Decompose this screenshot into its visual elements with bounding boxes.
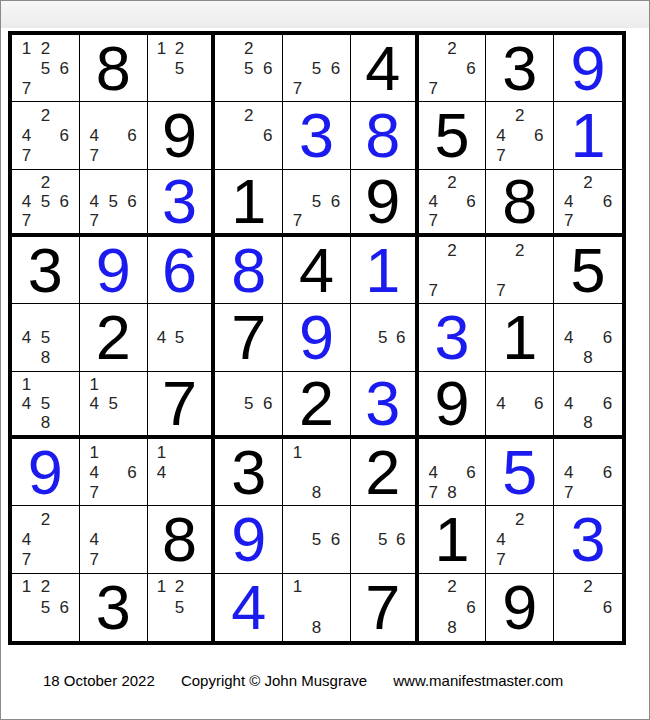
cell-r9c7[interactable]: 268 <box>419 574 487 641</box>
pencil-grid: 125 <box>148 35 212 101</box>
pencil-mark: 2 <box>170 38 188 58</box>
pencil-empty <box>307 78 326 98</box>
pencil-mark: 7 <box>424 78 443 98</box>
cell-r6c3[interactable]: 7 <box>148 372 216 439</box>
cell-r1c6[interactable]: 4 <box>351 35 419 102</box>
pencil-empty <box>510 550 529 570</box>
cell-r4c7[interactable]: 27 <box>419 237 487 304</box>
pencil-empty <box>529 509 548 529</box>
pencil-empty <box>258 375 277 394</box>
cell-r8c2[interactable]: 47 <box>80 506 148 573</box>
cell-r6c6[interactable]: 3 <box>351 372 419 439</box>
pencil-grid: 467 <box>80 102 147 168</box>
pencil-grid: 1467 <box>80 439 147 505</box>
pencil-empty <box>326 482 345 502</box>
entered-digit: 4 <box>231 576 266 639</box>
pencil-empty <box>529 550 548 570</box>
given-digit: 1 <box>435 508 470 571</box>
cell-r4c3[interactable]: 6 <box>148 237 216 304</box>
pencil-empty <box>307 577 326 597</box>
footer-copyright: Copyright © John Musgrave <box>181 672 367 689</box>
pencil-empty <box>188 577 206 597</box>
pencil-empty <box>443 58 462 78</box>
pencil-empty <box>17 348 36 368</box>
entered-digit: 3 <box>365 372 400 435</box>
pencil-empty <box>153 58 171 78</box>
pencil-grid: 2467 <box>554 170 622 233</box>
footer: 18 October 2022 Copyright © John Musgrav… <box>43 672 585 689</box>
sudoku-board: 1256781252565674267392467467926385246712… <box>8 31 626 645</box>
given-digit: 1 <box>231 170 266 233</box>
pencil-empty <box>55 348 74 368</box>
pencil-mark: 5 <box>307 529 326 549</box>
entered-digit: 8 <box>365 104 400 167</box>
cell-r4c6[interactable]: 1 <box>351 237 419 304</box>
pencil-empty <box>443 78 462 98</box>
pencil-grid: 2467 <box>12 102 79 168</box>
cell-r5c3[interactable]: 45 <box>148 304 216 371</box>
pencil-mark: 6 <box>123 462 142 482</box>
pencil-empty <box>288 58 307 78</box>
pencil-empty <box>170 348 188 368</box>
cell-r3c2[interactable]: 4567 <box>80 170 148 237</box>
entered-digit: 3 <box>162 170 197 233</box>
cell-r5c8[interactable]: 1 <box>486 304 554 371</box>
cell-r7c1[interactable]: 9 <box>12 439 80 506</box>
pencil-empty <box>55 38 74 58</box>
cell-r9c3[interactable]: 125 <box>148 574 216 641</box>
cell-r8c8[interactable]: 247 <box>486 506 554 573</box>
pencil-empty <box>188 38 206 58</box>
pencil-empty <box>578 442 597 462</box>
cell-r7c7[interactable]: 4678 <box>419 439 487 506</box>
cell-r2c4[interactable]: 26 <box>215 102 283 169</box>
given-digit: 5 <box>435 104 470 167</box>
pencil-mark: 6 <box>326 58 345 78</box>
pencil-empty <box>36 78 55 98</box>
pencil-empty <box>104 146 123 166</box>
cell-r5c2[interactable]: 2 <box>80 304 148 371</box>
pencil-empty <box>598 442 617 462</box>
pencil-empty <box>55 550 74 570</box>
pencil-empty <box>55 577 74 597</box>
pencil-mark: 4 <box>491 394 510 413</box>
pencil-grid: 56 <box>283 506 350 572</box>
pencil-empty <box>462 577 481 597</box>
pencil-mark: 6 <box>598 394 617 413</box>
pencil-empty <box>424 597 443 617</box>
cell-r1c7[interactable]: 267 <box>419 35 487 102</box>
pencil-grid: 567 <box>283 35 350 101</box>
pencil-empty <box>17 105 36 125</box>
pencil-mark: 6 <box>462 462 481 482</box>
pencil-grid: 267 <box>419 35 486 101</box>
cell-r3c3[interactable]: 3 <box>148 170 216 237</box>
pencil-empty <box>443 192 462 211</box>
cell-r6c7[interactable]: 9 <box>419 372 487 439</box>
pencil-mark: 4 <box>85 394 104 413</box>
pencil-mark: 4 <box>153 462 171 482</box>
pencil-empty <box>462 211 481 230</box>
pencil-grid: 26 <box>554 574 622 641</box>
entered-digit: 3 <box>435 306 470 369</box>
entered-digit: 9 <box>231 508 266 571</box>
cell-r7c9[interactable]: 467 <box>554 439 622 506</box>
cell-r9c1[interactable]: 1256 <box>12 574 80 641</box>
pencil-empty <box>462 280 481 300</box>
cell-r4c9[interactable]: 5 <box>554 237 622 304</box>
pencil-empty <box>170 618 188 638</box>
pencil-empty <box>578 462 597 482</box>
cell-r7c8[interactable]: 5 <box>486 439 554 506</box>
given-digit: 4 <box>299 239 334 302</box>
pencil-empty <box>307 38 326 58</box>
pencil-grid: 46 <box>486 372 553 435</box>
cell-r2c3[interactable]: 9 <box>148 102 216 169</box>
cell-r8c9[interactable]: 3 <box>554 506 622 573</box>
entered-digit: 1 <box>365 239 400 302</box>
pencil-mark: 5 <box>307 58 326 78</box>
cell-r3c4[interactable]: 1 <box>215 170 283 237</box>
pencil-empty <box>510 280 529 300</box>
cell-r2c8[interactable]: 2467 <box>486 102 554 169</box>
cell-r7c2[interactable]: 1467 <box>80 439 148 506</box>
pencil-empty <box>170 462 188 482</box>
pencil-empty <box>17 58 36 78</box>
pencil-mark: 5 <box>239 58 258 78</box>
pencil-grid: 56 <box>215 372 282 435</box>
pencil-empty <box>356 348 374 368</box>
pencil-empty <box>578 394 597 413</box>
cell-r4c8[interactable]: 27 <box>486 237 554 304</box>
footer-website[interactable]: www.manifestmaster.com <box>393 672 563 689</box>
pencil-empty <box>55 529 74 549</box>
pencil-empty <box>529 105 548 125</box>
pencil-mark: 2 <box>36 509 55 529</box>
cell-r9c9[interactable]: 26 <box>554 574 622 641</box>
entered-digit: 9 <box>571 37 606 100</box>
cell-r1c9[interactable]: 9 <box>554 35 622 102</box>
pencil-empty <box>239 125 258 145</box>
pencil-empty <box>598 618 617 638</box>
pencil-mark: 2 <box>36 173 55 192</box>
pencil-empty <box>326 211 345 230</box>
pencil-empty <box>220 413 239 432</box>
pencil-empty <box>85 413 104 432</box>
cell-r5c7[interactable]: 3 <box>419 304 487 371</box>
cell-r7c3[interactable]: 14 <box>148 439 216 506</box>
pencil-mark: 8 <box>36 413 55 432</box>
pencil-empty <box>491 413 510 432</box>
cell-r9c5[interactable]: 18 <box>283 574 351 641</box>
pencil-empty <box>578 375 597 394</box>
pencil-mark: 5 <box>307 192 326 211</box>
cell-r1c3[interactable]: 125 <box>148 35 216 102</box>
pencil-empty <box>123 550 142 570</box>
cell-r9c6[interactable]: 7 <box>351 574 419 641</box>
pencil-empty <box>598 211 617 230</box>
cell-r8c3[interactable]: 8 <box>148 506 216 573</box>
pencil-empty <box>17 618 36 638</box>
pencil-empty <box>55 211 74 230</box>
pencil-grid: 2467 <box>419 170 486 233</box>
pencil-empty <box>220 78 239 98</box>
cell-r2c6[interactable]: 8 <box>351 102 419 169</box>
cell-r2c9[interactable]: 1 <box>554 102 622 169</box>
cell-r2c2[interactable]: 467 <box>80 102 148 169</box>
pencil-mark: 2 <box>510 105 529 125</box>
cell-r8c1[interactable]: 247 <box>12 506 80 573</box>
pencil-empty <box>288 173 307 192</box>
pencil-empty <box>529 529 548 549</box>
pencil-empty <box>374 509 392 529</box>
pencil-empty <box>578 307 597 327</box>
pencil-empty <box>443 442 462 462</box>
cell-r9c4[interactable]: 4 <box>215 574 283 641</box>
cell-r6c2[interactable]: 145 <box>80 372 148 439</box>
cell-r6c5[interactable]: 2 <box>283 372 351 439</box>
pencil-empty <box>307 597 326 617</box>
pencil-mark: 2 <box>239 38 258 58</box>
pencil-grid: 47 <box>80 506 147 572</box>
entered-digit: 8 <box>231 239 266 302</box>
pencil-mark: 2 <box>443 577 462 597</box>
pencil-empty <box>17 509 36 529</box>
pencil-empty <box>356 327 374 347</box>
given-digit: 5 <box>571 239 606 302</box>
pencil-mark: 6 <box>392 529 410 549</box>
pencil-mark: 2 <box>443 38 462 58</box>
pencil-empty <box>307 550 326 570</box>
pencil-grid: 1458 <box>12 372 79 435</box>
entered-digit: 9 <box>96 239 131 302</box>
cell-r8c6[interactable]: 56 <box>351 506 419 573</box>
pencil-empty <box>326 462 345 482</box>
pencil-mark: 8 <box>443 482 462 502</box>
pencil-mark: 7 <box>424 280 443 300</box>
page: 1256781252565674267392467467926385246712… <box>0 0 650 720</box>
cell-r8c7[interactable]: 1 <box>419 506 487 573</box>
pencil-mark: 5 <box>374 529 392 549</box>
cell-r7c6[interactable]: 2 <box>351 439 419 506</box>
pencil-empty <box>307 442 326 462</box>
cell-r6c8[interactable]: 46 <box>486 372 554 439</box>
pencil-empty <box>462 38 481 58</box>
pencil-mark: 7 <box>491 550 510 570</box>
pencil-empty <box>153 597 171 617</box>
pencil-mark: 6 <box>55 597 74 617</box>
cell-r6c1[interactable]: 1458 <box>12 372 80 439</box>
cell-r1c1[interactable]: 12567 <box>12 35 80 102</box>
cell-r6c4[interactable]: 56 <box>215 372 283 439</box>
cell-r4c4[interactable]: 8 <box>215 237 283 304</box>
pencil-mark: 7 <box>17 550 36 570</box>
pencil-empty <box>55 375 74 394</box>
pencil-empty <box>104 125 123 145</box>
pencil-empty <box>578 618 597 638</box>
pencil-empty <box>462 240 481 260</box>
pencil-empty <box>529 260 548 280</box>
pencil-mark: 4 <box>153 327 171 347</box>
pencil-empty <box>510 529 529 549</box>
pencil-mark: 8 <box>578 413 597 432</box>
given-digit: 2 <box>96 306 131 369</box>
pencil-empty <box>578 597 597 617</box>
pencil-empty <box>123 394 142 413</box>
cell-r7c5[interactable]: 18 <box>283 439 351 506</box>
pencil-empty <box>55 105 74 125</box>
given-digit: 9 <box>162 104 197 167</box>
pencil-grid: 56 <box>351 506 415 572</box>
pencil-empty <box>17 597 36 617</box>
cell-r8c4[interactable]: 9 <box>215 506 283 573</box>
cell-r5c6[interactable]: 56 <box>351 304 419 371</box>
cell-r3c1[interactable]: 24567 <box>12 170 80 237</box>
cell-r3c6[interactable]: 9 <box>351 170 419 237</box>
cell-r2c5[interactable]: 3 <box>283 102 351 169</box>
pencil-empty <box>424 173 443 192</box>
pencil-mark: 5 <box>104 394 123 413</box>
cell-r2c1[interactable]: 2467 <box>12 102 80 169</box>
pencil-empty <box>239 78 258 98</box>
title-bar <box>1 1 649 28</box>
pencil-empty <box>307 509 326 529</box>
pencil-empty <box>55 146 74 166</box>
pencil-empty <box>529 240 548 260</box>
pencil-empty <box>326 38 345 58</box>
pencil-empty <box>36 529 55 549</box>
given-digit: 7 <box>162 372 197 435</box>
pencil-empty <box>424 442 443 462</box>
pencil-mark: 7 <box>424 211 443 230</box>
given-digit: 8 <box>502 170 537 233</box>
pencil-empty <box>529 375 548 394</box>
pencil-empty <box>598 577 617 597</box>
pencil-empty <box>104 211 123 230</box>
pencil-empty <box>288 550 307 570</box>
pencil-mark: 7 <box>85 146 104 166</box>
cell-r5c4[interactable]: 7 <box>215 304 283 371</box>
pencil-mark: 6 <box>326 192 345 211</box>
pencil-grid: 247 <box>12 506 79 572</box>
cell-r4c1[interactable]: 3 <box>12 237 80 304</box>
pencil-empty <box>559 597 578 617</box>
pencil-grid: 4678 <box>419 439 486 505</box>
pencil-empty <box>326 173 345 192</box>
pencil-empty <box>55 173 74 192</box>
pencil-empty <box>258 78 277 98</box>
pencil-empty <box>578 327 597 347</box>
pencil-empty <box>36 375 55 394</box>
pencil-empty <box>578 482 597 502</box>
cell-r5c5[interactable]: 9 <box>283 304 351 371</box>
pencil-empty <box>258 38 277 58</box>
pencil-empty <box>85 173 104 192</box>
pencil-empty <box>153 307 171 327</box>
pencil-mark: 4 <box>559 192 578 211</box>
cell-r1c8[interactable]: 3 <box>486 35 554 102</box>
pencil-empty <box>188 462 206 482</box>
pencil-mark: 6 <box>55 58 74 78</box>
cell-r1c4[interactable]: 256 <box>215 35 283 102</box>
pencil-grid: 27 <box>419 237 486 303</box>
cell-r1c2[interactable]: 8 <box>80 35 148 102</box>
pencil-mark: 5 <box>36 58 55 78</box>
pencil-mark: 5 <box>36 597 55 617</box>
pencil-grid: 26 <box>215 102 282 168</box>
pencil-empty <box>36 618 55 638</box>
cell-r2c7[interactable]: 5 <box>419 102 487 169</box>
cell-r5c1[interactable]: 458 <box>12 304 80 371</box>
pencil-mark: 6 <box>123 192 142 211</box>
pencil-empty <box>326 78 345 98</box>
pencil-mark: 5 <box>170 597 188 617</box>
cell-r3c5[interactable]: 567 <box>283 170 351 237</box>
pencil-mark: 4 <box>17 394 36 413</box>
cell-r8c5[interactable]: 56 <box>283 506 351 573</box>
pencil-empty <box>559 442 578 462</box>
pencil-empty <box>392 348 410 368</box>
pencil-empty <box>559 173 578 192</box>
pencil-empty <box>598 173 617 192</box>
pencil-mark: 5 <box>170 58 188 78</box>
pencil-empty <box>170 307 188 327</box>
pencil-empty <box>307 211 326 230</box>
cell-r1c5[interactable]: 567 <box>283 35 351 102</box>
pencil-empty <box>598 413 617 432</box>
entered-digit: 1 <box>571 104 606 167</box>
cell-r3c7[interactable]: 2467 <box>419 170 487 237</box>
pencil-empty <box>559 375 578 394</box>
pencil-empty <box>170 482 188 502</box>
pencil-grid: 2467 <box>486 102 553 168</box>
pencil-empty <box>188 618 206 638</box>
pencil-empty <box>104 105 123 125</box>
pencil-empty <box>220 146 239 166</box>
pencil-mark: 1 <box>153 577 171 597</box>
pencil-mark: 6 <box>258 394 277 413</box>
pencil-empty <box>17 173 36 192</box>
pencil-empty <box>104 173 123 192</box>
cell-r6c9[interactable]: 468 <box>554 372 622 439</box>
pencil-mark: 4 <box>85 529 104 549</box>
pencil-empty <box>188 442 206 462</box>
entered-digit: 6 <box>162 239 197 302</box>
pencil-empty <box>491 240 510 260</box>
cell-r9c8[interactable]: 9 <box>486 574 554 641</box>
pencil-empty <box>559 413 578 432</box>
pencil-empty <box>104 462 123 482</box>
cell-r3c8[interactable]: 8 <box>486 170 554 237</box>
pencil-empty <box>462 618 481 638</box>
pencil-mark: 4 <box>559 394 578 413</box>
pencil-mark: 5 <box>374 327 392 347</box>
pencil-empty <box>491 105 510 125</box>
pencil-empty <box>36 307 55 327</box>
pencil-empty <box>123 211 142 230</box>
cell-r7c4[interactable]: 3 <box>215 439 283 506</box>
pencil-empty <box>153 78 171 98</box>
cell-r4c5[interactable]: 4 <box>283 237 351 304</box>
cell-r3c9[interactable]: 2467 <box>554 170 622 237</box>
pencil-mark: 1 <box>17 577 36 597</box>
pencil-empty <box>239 146 258 166</box>
pencil-empty <box>55 78 74 98</box>
cell-r9c2[interactable]: 3 <box>80 574 148 641</box>
pencil-empty <box>491 260 510 280</box>
cell-r4c2[interactable]: 9 <box>80 237 148 304</box>
cell-r5c9[interactable]: 468 <box>554 304 622 371</box>
